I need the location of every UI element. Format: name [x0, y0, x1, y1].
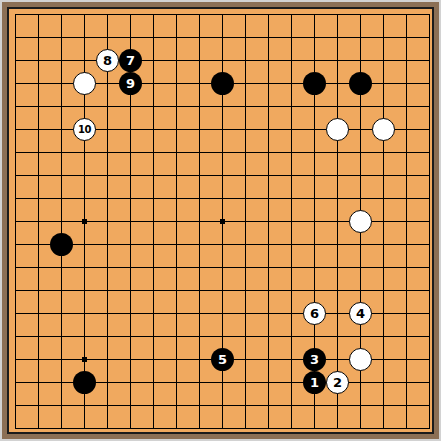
go-board: 87910645312: [0, 0, 441, 441]
stone-white: [73, 72, 96, 95]
stone-white-move-2: 2: [326, 371, 349, 394]
stone-black-move-5: 5: [211, 348, 234, 371]
stone-black-move-9: 9: [119, 72, 142, 95]
stone-black: [211, 72, 234, 95]
stone-black-move-3: 3: [303, 348, 326, 371]
stone-black: [349, 72, 372, 95]
board-grid: 87910645312: [15, 14, 430, 429]
stone-white: [372, 118, 395, 141]
stone-white-move-6: 6: [303, 302, 326, 325]
stone-white-move-4: 4: [349, 302, 372, 325]
stone-black-move-7: 7: [119, 49, 142, 72]
stone-white: [326, 118, 349, 141]
stone-black: [303, 72, 326, 95]
stone-white-move-10: 10: [73, 118, 96, 141]
star-point: [82, 219, 87, 224]
stone-black: [73, 371, 96, 394]
stone-black-move-1: 1: [303, 371, 326, 394]
stone-black: [50, 233, 73, 256]
stone-white-move-8: 8: [96, 49, 119, 72]
star-point: [82, 357, 87, 362]
stone-white: [349, 210, 372, 233]
stone-white: [349, 348, 372, 371]
star-point: [220, 219, 225, 224]
